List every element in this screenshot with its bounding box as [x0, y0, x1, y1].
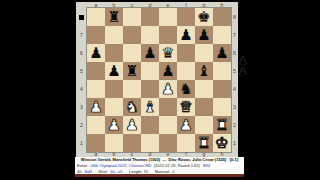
caption-text: (2022-07-29, Round 1.62) [152, 163, 204, 168]
square-h4 [213, 80, 231, 98]
square-a6: ♟ [87, 44, 105, 62]
white-pawn-piece: ♟ [107, 116, 120, 134]
caption-text: Next: [92, 169, 110, 174]
square-a2 [87, 116, 105, 134]
black-bishop-piece: ♝ [197, 62, 210, 80]
square-f7: ♟ [177, 26, 195, 44]
square-b3 [105, 98, 123, 116]
square-e2 [159, 116, 177, 134]
square-e4: ♟ [159, 80, 177, 98]
square-e1 [159, 134, 177, 152]
black-king-piece: ♚ [197, 8, 210, 26]
square-g3 [195, 98, 213, 116]
black-knight-piece: ♞ [179, 80, 192, 98]
square-g6 [195, 44, 213, 62]
square-g5: ♝ [195, 62, 213, 80]
square-h1: ♚ [213, 134, 231, 152]
square-b6 [105, 44, 123, 62]
rank-label-2: 2 [76, 116, 87, 134]
rank-label-2: 2 [231, 116, 238, 134]
square-d6: ♟ [141, 44, 159, 62]
square-b5: ♟ [105, 62, 123, 80]
square-e3 [159, 98, 177, 116]
white-pawn-piece: ♟ [89, 98, 102, 116]
square-f6 [177, 44, 195, 62]
square-c1 [123, 134, 141, 152]
rank-label-3: 3 [231, 98, 238, 116]
white-rook-piece: ♜ [215, 116, 228, 134]
rank-label-8 [76, 8, 87, 26]
caption-bar: Winston Gerald, Mansfield Thomas (1503) … [75, 157, 244, 174]
square-h6: ♟ [213, 44, 231, 62]
square-f4: ♞ [177, 80, 195, 98]
rank-label-4: 4 [76, 80, 87, 98]
square-h3 [213, 98, 231, 116]
square-a1 [87, 134, 105, 152]
rank-labels-right: 87654321 [231, 8, 238, 152]
square-c3: ♞ [123, 98, 141, 116]
caption-text: Length: 70 Material: -2 [122, 169, 174, 174]
square-a8 [87, 8, 105, 26]
black-pawn-piece: ♟ [161, 62, 174, 80]
chess-board: ♜♚♟♟♟♟♛♟♟♜♟♝♟♞♟♞♝♛♟♟♟♜♜♚ [87, 8, 231, 152]
caption-text: 40. [77, 169, 85, 174]
square-a3: ♟ [87, 98, 105, 116]
square-g7: ♟ [195, 26, 213, 44]
square-f8 [177, 8, 195, 26]
captured-black-pawn-icon: ♟ [237, 66, 249, 77]
square-c7 [123, 26, 141, 44]
square-f2: ♟ [177, 116, 195, 134]
rank-label-1: 1 [231, 134, 238, 152]
captured-black-pawn-icon: ♟ [237, 55, 249, 66]
square-c8 [123, 8, 141, 26]
black-pawn-piece: ♟ [143, 44, 156, 62]
square-e8 [159, 8, 177, 26]
captured-pieces-tray: ♟♟ [237, 55, 249, 77]
caption-link-text: Bd3 [85, 169, 92, 174]
white-pawn-piece: ♟ [179, 116, 192, 134]
square-d8 [141, 8, 159, 26]
square-a4 [87, 80, 105, 98]
white-pawn-piece: ♟ [125, 116, 138, 134]
square-d4 [141, 80, 159, 98]
square-f3: ♛ [177, 98, 195, 116]
black-rook-piece: ♜ [107, 8, 120, 26]
white-bishop-piece: ♝ [143, 98, 156, 116]
square-d3: ♝ [141, 98, 159, 116]
white-knight-piece: ♞ [125, 98, 138, 116]
black-pawn-piece: ♟ [89, 44, 102, 62]
caption-text: Event : [77, 163, 91, 168]
square-b8: ♜ [105, 8, 123, 26]
rank-labels-left: 7654321 [76, 8, 87, 152]
square-f1 [177, 134, 195, 152]
white-king-piece: ♚ [215, 134, 228, 152]
square-g8: ♚ [195, 8, 213, 26]
square-c2: ♟ [123, 116, 141, 134]
rank-label-3: 3 [76, 98, 87, 116]
white-pawn-piece: ♟ [161, 80, 174, 98]
square-h7 [213, 26, 231, 44]
rank-label-4: 4 [231, 80, 238, 98]
square-b1 [105, 134, 123, 152]
square-d7 [141, 26, 159, 44]
square-h5 [213, 62, 231, 80]
square-f5 [177, 62, 195, 80]
rank-label-7: 7 [76, 26, 87, 44]
square-h2: ♜ [213, 116, 231, 134]
black-pawn-piece: ♟ [197, 26, 210, 44]
square-d2 [141, 116, 159, 134]
rank-label-6: 6 [76, 44, 87, 62]
caption-link-text: B90 [203, 163, 210, 168]
accent-bar [75, 174, 244, 177]
black-rook-piece: ♜ [125, 62, 138, 80]
rank-label-7: 7 [231, 26, 238, 44]
square-g4 [195, 80, 213, 98]
black-queen-piece: ♛ [161, 44, 174, 62]
square-a7 [87, 26, 105, 44]
white-queen-piece: ♛ [179, 98, 192, 116]
black-pawn-piece: ♟ [179, 26, 192, 44]
square-d1 [141, 134, 159, 152]
square-a5 [87, 62, 105, 80]
square-g2 [195, 116, 213, 134]
white-rook-piece: ♜ [197, 134, 210, 152]
square-c6 [123, 44, 141, 62]
black-pawn-piece: ♟ [107, 62, 120, 80]
square-e7 [159, 26, 177, 44]
square-d5 [141, 62, 159, 80]
square-c4 [123, 80, 141, 98]
rank-label-8: 8 [231, 8, 238, 26]
black-to-move-indicator [79, 15, 84, 20]
caption-link-text: 40...a5 [110, 169, 122, 174]
caption-link-text: 44th Olympiad 2022, Chennai IND [91, 163, 152, 168]
square-b7 [105, 26, 123, 44]
rank-label-5: 5 [76, 62, 87, 80]
square-g1: ♜ [195, 134, 213, 152]
square-c5: ♜ [123, 62, 141, 80]
square-b2: ♟ [105, 116, 123, 134]
video-frame: abcdefgh ♜♚♟♟♟♟♛♟♟♜♟♝♟♞♟♞♝♛♟♟♟♜♜♚ abcdef… [0, 0, 320, 180]
black-pawn-piece: ♟ [215, 44, 228, 62]
rank-label-1: 1 [76, 134, 87, 152]
square-h8 [213, 8, 231, 26]
square-e5: ♟ [159, 62, 177, 80]
square-e6: ♛ [159, 44, 177, 62]
square-b4 [105, 80, 123, 98]
